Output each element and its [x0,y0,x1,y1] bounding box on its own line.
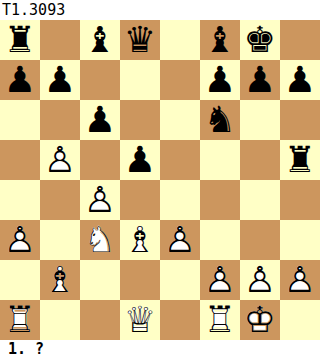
square-g3[interactable] [240,220,280,260]
square-a2[interactable] [0,260,40,300]
square-h8[interactable] [280,20,320,60]
square-d7[interactable] [120,60,160,100]
square-e5[interactable] [160,140,200,180]
square-g7[interactable]: ♟ [240,60,280,100]
square-d2[interactable] [120,260,160,300]
piece-white-pawn: ♟♙ [280,260,320,300]
piece-black-bishop: ♝ [200,20,240,60]
square-f5[interactable] [200,140,240,180]
piece-black-bishop: ♝ [80,20,120,60]
square-a4[interactable] [0,180,40,220]
square-f4[interactable] [200,180,240,220]
square-b3[interactable] [40,220,80,260]
piece-white-bishop: ♝♗ [120,220,160,260]
piece-black-pawn: ♟ [120,140,160,180]
square-b4[interactable] [40,180,80,220]
piece-black-rook: ♜ [0,20,40,60]
square-h1[interactable] [280,300,320,340]
square-b7[interactable]: ♟ [40,60,80,100]
square-c2[interactable] [80,260,120,300]
piece-black-pawn: ♟ [80,100,120,140]
piece-black-pawn: ♟ [280,60,320,100]
piece-black-knight: ♞ [200,100,240,140]
square-c7[interactable] [80,60,120,100]
square-b1[interactable] [40,300,80,340]
square-e6[interactable] [160,100,200,140]
square-g4[interactable] [240,180,280,220]
square-a5[interactable] [0,140,40,180]
piece-white-rook: ♜♖ [200,300,240,340]
square-d4[interactable] [120,180,160,220]
square-b2[interactable]: ♝♗ [40,260,80,300]
square-e1[interactable] [160,300,200,340]
square-a1[interactable]: ♜♖ [0,300,40,340]
square-h7[interactable]: ♟ [280,60,320,100]
piece-white-pawn: ♟♙ [0,220,40,260]
piece-black-pawn: ♟ [40,60,80,100]
square-g1[interactable]: ♚♔ [240,300,280,340]
piece-white-pawn: ♟♙ [240,260,280,300]
puzzle-id: T1.3093 [0,0,320,20]
square-f1[interactable]: ♜♖ [200,300,240,340]
piece-white-pawn: ♟♙ [200,260,240,300]
square-g5[interactable] [240,140,280,180]
square-c1[interactable] [80,300,120,340]
chess-puzzle-page: T1.3093 ♜♝♛♝♚♟♟♟♟♟♟♞♟♙♟♜♟♙♟♙♞♘♝♗♟♙♝♗♟♙♟♙… [0,0,320,360]
piece-black-queen: ♛ [120,20,160,60]
piece-white-knight: ♞♘ [80,220,120,260]
piece-black-rook: ♜ [280,140,320,180]
square-g6[interactable] [240,100,280,140]
square-e2[interactable] [160,260,200,300]
piece-white-pawn: ♟♙ [40,140,80,180]
square-g2[interactable]: ♟♙ [240,260,280,300]
square-c6[interactable]: ♟ [80,100,120,140]
piece-white-pawn: ♟♙ [80,180,120,220]
square-d6[interactable] [120,100,160,140]
square-d3[interactable]: ♝♗ [120,220,160,260]
square-a6[interactable] [0,100,40,140]
piece-white-bishop: ♝♗ [40,260,80,300]
piece-white-rook: ♜♖ [0,300,40,340]
square-b6[interactable] [40,100,80,140]
square-d8[interactable]: ♛ [120,20,160,60]
square-f2[interactable]: ♟♙ [200,260,240,300]
square-d1[interactable]: ♛♕ [120,300,160,340]
move-prompt: 1. ? [0,340,320,360]
square-f7[interactable]: ♟ [200,60,240,100]
piece-white-pawn: ♟♙ [160,220,200,260]
square-a7[interactable]: ♟ [0,60,40,100]
square-f3[interactable] [200,220,240,260]
square-h5[interactable]: ♜ [280,140,320,180]
piece-white-queen: ♛♕ [120,300,160,340]
piece-white-king: ♚♔ [240,300,280,340]
square-e7[interactable] [160,60,200,100]
square-a8[interactable]: ♜ [0,20,40,60]
square-h3[interactable] [280,220,320,260]
square-a3[interactable]: ♟♙ [0,220,40,260]
square-e3[interactable]: ♟♙ [160,220,200,260]
square-e8[interactable] [160,20,200,60]
square-b5[interactable]: ♟♙ [40,140,80,180]
square-f6[interactable]: ♞ [200,100,240,140]
square-d5[interactable]: ♟ [120,140,160,180]
chess-board: ♜♝♛♝♚♟♟♟♟♟♟♞♟♙♟♜♟♙♟♙♞♘♝♗♟♙♝♗♟♙♟♙♟♙♜♖♛♕♜♖… [0,20,320,340]
square-e4[interactable] [160,180,200,220]
square-c4[interactable]: ♟♙ [80,180,120,220]
square-g8[interactable]: ♚ [240,20,280,60]
square-h2[interactable]: ♟♙ [280,260,320,300]
piece-black-pawn: ♟ [240,60,280,100]
square-b8[interactable] [40,20,80,60]
square-f8[interactable]: ♝ [200,20,240,60]
square-c5[interactable] [80,140,120,180]
piece-black-pawn: ♟ [200,60,240,100]
square-h4[interactable] [280,180,320,220]
piece-black-king: ♚ [240,20,280,60]
square-h6[interactable] [280,100,320,140]
square-c8[interactable]: ♝ [80,20,120,60]
square-c3[interactable]: ♞♘ [80,220,120,260]
piece-black-pawn: ♟ [0,60,40,100]
